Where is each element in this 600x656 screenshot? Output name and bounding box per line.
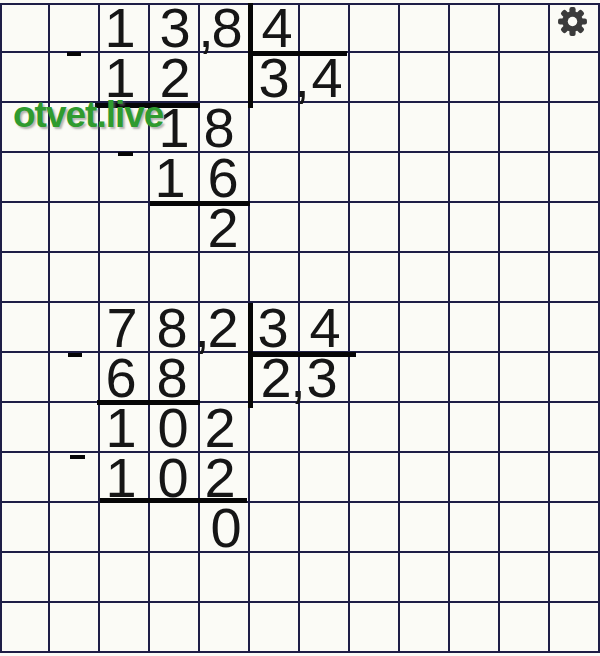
- watermark: otvet.live: [13, 96, 163, 133]
- grid-cell: [50, 253, 100, 303]
- grid-cell: [400, 253, 450, 303]
- grid-cell: [550, 103, 600, 153]
- p1-minus-sign-12: [67, 52, 81, 56]
- grid-cell: [350, 303, 400, 353]
- grid-cell: [400, 53, 450, 103]
- grid-cell: [250, 403, 300, 453]
- grid-cell: [100, 203, 150, 253]
- grid-cell: [350, 3, 400, 53]
- digit-glyph: 3: [297, 353, 347, 403]
- grid-cell: [350, 403, 400, 453]
- grid-cell: [450, 103, 500, 153]
- grid-cell: [100, 503, 150, 553]
- gear-icon[interactable]: [556, 5, 589, 38]
- p2-minus-sign-102: [70, 455, 85, 459]
- grid-cell: [550, 553, 600, 603]
- grid-cell: [550, 353, 600, 403]
- grid-cell: [50, 553, 100, 603]
- grid-cell: [150, 603, 200, 653]
- grid-cell: [400, 503, 450, 553]
- grid-cell: [300, 553, 350, 603]
- grid-cell: [450, 153, 500, 203]
- grid-cell: [550, 303, 600, 353]
- grid-cell: [350, 603, 400, 653]
- grid-cell: [550, 253, 600, 303]
- digit-glyph: 1: [96, 453, 146, 503]
- grid-cell: [400, 203, 450, 253]
- grid-cell: [0, 3, 50, 53]
- grid-cell: [450, 603, 500, 653]
- grid-cell: [50, 403, 100, 453]
- grid-cell: [500, 253, 550, 303]
- grid-cell: [0, 203, 50, 253]
- grid-cell: [300, 453, 350, 503]
- grid-cell: [350, 353, 400, 403]
- grid-cell: [300, 403, 350, 453]
- grid-cell: [500, 303, 550, 353]
- grid-cell: [250, 553, 300, 603]
- grid-cell: [300, 603, 350, 653]
- grid-cell: [250, 453, 300, 503]
- grid-cell: [450, 203, 500, 253]
- grid-cell: [300, 103, 350, 153]
- grid-cell: [500, 403, 550, 453]
- grid-cell: [50, 503, 100, 553]
- grid-cell: [450, 253, 500, 303]
- grid-cell: [250, 153, 300, 203]
- grid-cell: [250, 203, 300, 253]
- grid-cell: [50, 353, 100, 403]
- grid-cell: [500, 553, 550, 603]
- grid-cell: [50, 153, 100, 203]
- grid-cell: [0, 403, 50, 453]
- grid-cell: [550, 153, 600, 203]
- grid-cell: [400, 103, 450, 153]
- grid-cell: [0, 503, 50, 553]
- grid-cell: [450, 353, 500, 403]
- grid-cell: [0, 253, 50, 303]
- grid-cell: [500, 603, 550, 653]
- grid-cell: [250, 503, 300, 553]
- grid-cell: [450, 453, 500, 503]
- grid-cell: [400, 3, 450, 53]
- grid-cell: [550, 603, 600, 653]
- grid-cell: [0, 153, 50, 203]
- grid-cell: [350, 453, 400, 503]
- grid-cell: [50, 3, 100, 53]
- grid-cell: [500, 353, 550, 403]
- grid-cell: [350, 503, 400, 553]
- grid-cell: [500, 103, 550, 153]
- worksheet-board: otvet.live 13,84123,41816278,234682,3102…: [0, 0, 600, 656]
- grid-cell: [550, 53, 600, 103]
- grid-cell: [350, 153, 400, 203]
- grid-cell: [550, 403, 600, 453]
- grid-cell: [50, 603, 100, 653]
- grid-cell: [400, 153, 450, 203]
- p2-minus-sign-68: [68, 353, 82, 357]
- grid-cell: [450, 403, 500, 453]
- p1-minus-sign-16: [118, 152, 133, 156]
- grid-cell: [250, 103, 300, 153]
- grid-cell: [500, 203, 550, 253]
- grid-cell: [50, 203, 100, 253]
- grid-cell: [350, 103, 400, 153]
- grid-cell: [500, 453, 550, 503]
- digit-glyph: 0: [201, 503, 251, 553]
- digit-glyph: 1: [145, 153, 195, 203]
- grid-cell: [350, 253, 400, 303]
- grid-cell: [100, 603, 150, 653]
- grid-cell: [550, 503, 600, 553]
- digit-glyph: 8: [202, 3, 252, 53]
- grid-cell: [400, 553, 450, 603]
- grid-cell: [150, 553, 200, 603]
- grid-cell: [400, 603, 450, 653]
- grid-cell: [100, 553, 150, 603]
- grid-cell: [300, 153, 350, 203]
- grid-cell: [100, 153, 150, 203]
- grid-cell: [400, 403, 450, 453]
- digit-glyph: 0: [148, 453, 198, 503]
- grid-cell: [450, 53, 500, 103]
- grid-cell: [250, 603, 300, 653]
- grid-cell: [0, 553, 50, 603]
- grid-cell: [550, 203, 600, 253]
- grid-cell: [450, 3, 500, 53]
- grid-cell: [400, 453, 450, 503]
- grid-cell: [550, 453, 600, 503]
- grid-cell: [0, 303, 50, 353]
- grid-cell: [400, 353, 450, 403]
- grid-cell: [450, 503, 500, 553]
- digit-glyph: 2: [198, 203, 248, 253]
- grid-cell: [500, 153, 550, 203]
- grid-cell: [400, 303, 450, 353]
- grid-cell: [150, 503, 200, 553]
- grid-cell: [0, 603, 50, 653]
- digit-glyph: 2: [198, 303, 248, 353]
- grid-cell: [500, 53, 550, 103]
- grid-cell: [50, 453, 100, 503]
- grid-cell: [150, 203, 200, 253]
- grid-cell: [450, 303, 500, 353]
- grid-cell: [350, 53, 400, 103]
- grid-cell: [200, 553, 250, 603]
- grid-cell: [500, 503, 550, 553]
- digit-glyph: 4: [302, 53, 352, 103]
- grid-cell: [0, 453, 50, 503]
- grid-cell: [50, 303, 100, 353]
- grid-cell: [300, 503, 350, 553]
- grid-cell: [200, 603, 250, 653]
- grid-cell: [300, 203, 350, 253]
- grid-cell: [500, 3, 550, 53]
- grid-cell: [350, 203, 400, 253]
- grid-cell: [450, 553, 500, 603]
- grid-cell: [0, 353, 50, 403]
- grid-cell: [350, 553, 400, 603]
